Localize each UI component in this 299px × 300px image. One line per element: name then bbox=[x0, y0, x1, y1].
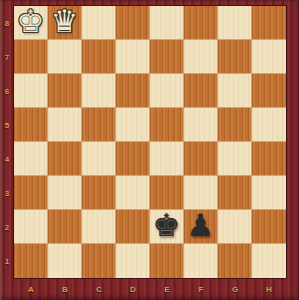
square-b1[interactable] bbox=[48, 244, 82, 278]
square-a6[interactable] bbox=[14, 74, 48, 108]
white-queen-b8: ♛ bbox=[51, 5, 79, 38]
square-g8[interactable] bbox=[218, 6, 252, 40]
square-h5[interactable] bbox=[252, 108, 286, 142]
square-c2[interactable] bbox=[82, 210, 116, 244]
square-h4[interactable] bbox=[252, 142, 286, 176]
file-label-D: D bbox=[116, 280, 150, 298]
square-e8[interactable] bbox=[150, 6, 184, 40]
square-d5[interactable] bbox=[116, 108, 150, 142]
rank-label-5: 5 bbox=[0, 108, 14, 142]
square-f4[interactable] bbox=[184, 142, 218, 176]
square-d6[interactable] bbox=[116, 74, 150, 108]
square-a2[interactable] bbox=[14, 210, 48, 244]
rank-label-7: 7 bbox=[0, 40, 14, 74]
file-label-E: E bbox=[150, 280, 184, 298]
square-g1[interactable] bbox=[218, 244, 252, 278]
square-f8[interactable] bbox=[184, 6, 218, 40]
square-h6[interactable] bbox=[252, 74, 286, 108]
square-a7[interactable] bbox=[14, 40, 48, 74]
square-e5[interactable] bbox=[150, 108, 184, 142]
square-g7[interactable] bbox=[218, 40, 252, 74]
square-c5[interactable] bbox=[82, 108, 116, 142]
square-b6[interactable] bbox=[48, 74, 82, 108]
square-c4[interactable] bbox=[82, 142, 116, 176]
rank-label-3: 3 bbox=[0, 176, 14, 210]
file-label-F: F bbox=[184, 280, 218, 298]
chess-board: ♚♛♚♟ bbox=[14, 6, 286, 278]
rank-labels: 87654321 bbox=[0, 6, 14, 278]
square-a5[interactable] bbox=[14, 108, 48, 142]
square-a1[interactable] bbox=[14, 244, 48, 278]
square-f2[interactable]: ♟ bbox=[184, 210, 218, 244]
square-g6[interactable] bbox=[218, 74, 252, 108]
square-f6[interactable] bbox=[184, 74, 218, 108]
square-d4[interactable] bbox=[116, 142, 150, 176]
square-e6[interactable] bbox=[150, 74, 184, 108]
white-king-a8: ♚ bbox=[17, 5, 45, 38]
square-g4[interactable] bbox=[218, 142, 252, 176]
chess-diagram: ♚♛♚♟ 87654321 ABCDEFGH bbox=[0, 0, 299, 300]
square-d8[interactable] bbox=[116, 6, 150, 40]
square-g2[interactable] bbox=[218, 210, 252, 244]
square-d1[interactable] bbox=[116, 244, 150, 278]
square-h8[interactable] bbox=[252, 6, 286, 40]
black-king-e2: ♚ bbox=[153, 209, 181, 242]
file-label-G: G bbox=[218, 280, 252, 298]
square-h2[interactable] bbox=[252, 210, 286, 244]
rank-label-6: 6 bbox=[0, 74, 14, 108]
square-b4[interactable] bbox=[48, 142, 82, 176]
square-h1[interactable] bbox=[252, 244, 286, 278]
square-c8[interactable] bbox=[82, 6, 116, 40]
square-h7[interactable] bbox=[252, 40, 286, 74]
rank-label-8: 8 bbox=[0, 6, 14, 40]
square-g5[interactable] bbox=[218, 108, 252, 142]
file-label-C: C bbox=[82, 280, 116, 298]
file-label-H: H bbox=[252, 280, 286, 298]
square-g3[interactable] bbox=[218, 176, 252, 210]
black-pawn-f2: ♟ bbox=[187, 209, 215, 242]
rank-label-1: 1 bbox=[0, 244, 14, 278]
square-e2[interactable]: ♚ bbox=[150, 210, 184, 244]
square-h3[interactable] bbox=[252, 176, 286, 210]
square-c1[interactable] bbox=[82, 244, 116, 278]
square-a4[interactable] bbox=[14, 142, 48, 176]
square-f7[interactable] bbox=[184, 40, 218, 74]
square-d7[interactable] bbox=[116, 40, 150, 74]
rank-label-2: 2 bbox=[0, 210, 14, 244]
file-label-A: A bbox=[14, 280, 48, 298]
square-e7[interactable] bbox=[150, 40, 184, 74]
square-a3[interactable] bbox=[14, 176, 48, 210]
square-b2[interactable] bbox=[48, 210, 82, 244]
square-b7[interactable] bbox=[48, 40, 82, 74]
square-d2[interactable] bbox=[116, 210, 150, 244]
square-e4[interactable] bbox=[150, 142, 184, 176]
square-d3[interactable] bbox=[116, 176, 150, 210]
square-b8[interactable]: ♛ bbox=[48, 6, 82, 40]
square-c6[interactable] bbox=[82, 74, 116, 108]
square-c3[interactable] bbox=[82, 176, 116, 210]
square-a8[interactable]: ♚ bbox=[14, 6, 48, 40]
rank-label-4: 4 bbox=[0, 142, 14, 176]
file-labels: ABCDEFGH bbox=[14, 280, 286, 298]
square-e3[interactable] bbox=[150, 176, 184, 210]
square-f3[interactable] bbox=[184, 176, 218, 210]
file-label-B: B bbox=[48, 280, 82, 298]
square-e1[interactable] bbox=[150, 244, 184, 278]
square-c7[interactable] bbox=[82, 40, 116, 74]
square-f1[interactable] bbox=[184, 244, 218, 278]
square-b3[interactable] bbox=[48, 176, 82, 210]
square-f5[interactable] bbox=[184, 108, 218, 142]
square-b5[interactable] bbox=[48, 108, 82, 142]
